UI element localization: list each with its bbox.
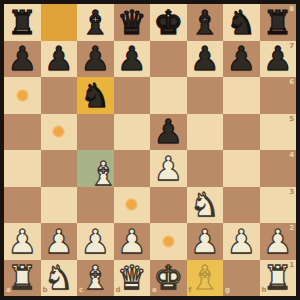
square-g8[interactable]: ♞ (223, 4, 260, 41)
square-d2[interactable]: ♟ (114, 223, 151, 260)
white-pawn-piece[interactable]: ♟ (226, 225, 256, 258)
square-b8[interactable] (41, 4, 78, 41)
ghost-white-bishop-piece: ♝ (190, 261, 220, 294)
square-h3[interactable]: 3 (260, 187, 297, 224)
rank-label-5: 5 (289, 116, 294, 123)
square-c6[interactable]: ♞ (77, 77, 114, 114)
black-queen-piece[interactable]: ♛ (117, 6, 147, 39)
rank-label-6: 6 (289, 79, 294, 86)
black-bishop-piece[interactable]: ♝ (80, 6, 110, 39)
square-f2[interactable]: ♟ (187, 223, 224, 260)
black-pawn-piece[interactable]: ♟ (263, 42, 293, 75)
file-label-f: f (189, 287, 192, 294)
square-e3[interactable] (150, 187, 187, 224)
rank-label-7: 7 (289, 43, 294, 50)
file-label-h: h (262, 287, 267, 294)
square-b4[interactable] (41, 150, 78, 187)
black-pawn-piece[interactable]: ♟ (117, 42, 147, 75)
square-h8[interactable]: ♜8 (260, 4, 297, 41)
square-d6[interactable] (114, 77, 151, 114)
legal-move-hint-dot (16, 89, 29, 102)
file-label-g: g (225, 287, 230, 294)
square-e1[interactable]: ♚e (150, 260, 187, 297)
square-g4[interactable] (223, 150, 260, 187)
square-g7[interactable]: ♟ (223, 41, 260, 78)
file-label-c: c (79, 287, 83, 294)
rank-label-2: 2 (289, 225, 294, 232)
rank-label-4: 4 (289, 152, 294, 159)
rank-label-3: 3 (289, 189, 294, 196)
white-bishop-piece[interactable]: ♝ (80, 261, 110, 294)
white-queen-piece[interactable]: ♛ (117, 261, 147, 294)
square-e4[interactable]: ♟ (150, 150, 187, 187)
square-a8[interactable]: ♜ (4, 4, 41, 41)
square-b6[interactable] (41, 77, 78, 114)
white-pawn-piece[interactable]: ♟ (44, 225, 74, 258)
chess-board: ♜♝♛♚♝♞♜8♟♟♟♟♟♟♟7♞6♟5♟4♞3♟♟♟♟♟♟♟2♜a♞b♝c♛d… (4, 4, 296, 296)
square-b2[interactable]: ♟ (41, 223, 78, 260)
square-c7[interactable]: ♟ (77, 41, 114, 78)
white-knight-piece[interactable]: ♞ (190, 188, 220, 221)
black-king-piece[interactable]: ♚ (153, 6, 183, 39)
legal-move-hint-dot (125, 198, 138, 211)
white-rook-piece[interactable]: ♜ (263, 261, 293, 294)
legal-move-hint-dot (162, 235, 175, 248)
square-g2[interactable]: ♟ (223, 223, 260, 260)
white-pawn-piece[interactable]: ♟ (153, 152, 183, 185)
square-a7[interactable]: ♟ (4, 41, 41, 78)
square-h6[interactable]: 6 (260, 77, 297, 114)
square-a6[interactable] (4, 77, 41, 114)
black-pawn-piece[interactable]: ♟ (153, 115, 183, 148)
black-pawn-piece[interactable]: ♟ (7, 42, 37, 75)
white-knight-piece[interactable]: ♞ (44, 261, 74, 294)
square-h2[interactable]: ♟2 (260, 223, 297, 260)
file-label-e: e (152, 287, 157, 294)
square-d8[interactable]: ♛ (114, 4, 151, 41)
square-g6[interactable] (223, 77, 260, 114)
square-h1[interactable]: ♜1h (260, 260, 297, 297)
square-a1[interactable]: ♜a (4, 260, 41, 297)
file-label-b: b (43, 287, 48, 294)
black-knight-piece[interactable]: ♞ (80, 79, 110, 112)
white-bishop-glyph: ♝ (88, 157, 118, 190)
square-d1[interactable]: ♛d (114, 260, 151, 297)
square-h5[interactable]: 5 (260, 114, 297, 151)
square-c8[interactable]: ♝ (77, 4, 114, 41)
square-e6[interactable] (150, 77, 187, 114)
white-rook-piece[interactable]: ♜ (7, 261, 37, 294)
white-pawn-piece[interactable]: ♟ (263, 225, 293, 258)
square-f8[interactable]: ♝ (187, 4, 224, 41)
black-pawn-piece[interactable]: ♟ (190, 42, 220, 75)
square-e2[interactable] (150, 223, 187, 260)
square-f3[interactable]: ♞ (187, 187, 224, 224)
square-a2[interactable]: ♟ (4, 223, 41, 260)
square-a3[interactable] (4, 187, 41, 224)
legal-move-hint-dot (52, 125, 65, 138)
square-e5[interactable]: ♟ (150, 114, 187, 151)
square-h7[interactable]: ♟7 (260, 41, 297, 78)
square-f1[interactable]: ♝f (187, 260, 224, 297)
square-b3[interactable] (41, 187, 78, 224)
square-a4[interactable] (4, 150, 41, 187)
square-d7[interactable]: ♟ (114, 41, 151, 78)
white-pawn-piece[interactable]: ♟ (117, 225, 147, 258)
square-e7[interactable] (150, 41, 187, 78)
square-f5[interactable] (187, 114, 224, 151)
square-c1[interactable]: ♝c (77, 260, 114, 297)
black-bishop-piece[interactable]: ♝ (190, 6, 220, 39)
file-label-a: a (6, 287, 11, 294)
square-g3[interactable] (223, 187, 260, 224)
square-g1[interactable]: g (223, 260, 260, 297)
chess-board-frame: ♜♝♛♚♝♞♜8♟♟♟♟♟♟♟7♞6♟5♟4♞3♟♟♟♟♟♟♟2♜a♞b♝c♛d… (0, 0, 300, 300)
black-pawn-piece[interactable]: ♟ (44, 42, 74, 75)
square-b1[interactable]: ♞b (41, 260, 78, 297)
rank-label-1: 1 (289, 262, 294, 269)
square-f6[interactable] (187, 77, 224, 114)
square-b7[interactable]: ♟ (41, 41, 78, 78)
black-knight-piece[interactable]: ♞ (226, 6, 256, 39)
black-pawn-piece[interactable]: ♟ (80, 42, 110, 75)
white-pawn-piece[interactable]: ♟ (80, 225, 110, 258)
square-a5[interactable] (4, 114, 41, 151)
black-pawn-piece[interactable]: ♟ (226, 42, 256, 75)
square-h4[interactable]: 4 (260, 150, 297, 187)
black-rook-piece[interactable]: ♜ (263, 6, 293, 39)
black-rook-piece[interactable]: ♜ (7, 6, 37, 39)
square-c5[interactable] (77, 114, 114, 151)
square-c2[interactable]: ♟ (77, 223, 114, 260)
rank-label-8: 8 (289, 6, 294, 13)
square-f4[interactable] (187, 150, 224, 187)
square-f7[interactable]: ♟ (187, 41, 224, 78)
square-e8[interactable]: ♚ (150, 4, 187, 41)
file-label-d: d (116, 287, 121, 294)
square-b5[interactable] (41, 114, 78, 151)
square-d5[interactable] (114, 114, 151, 151)
square-d3[interactable] (114, 187, 151, 224)
square-g5[interactable] (223, 114, 260, 151)
dragged-white-bishop-piece[interactable]: ♝ (85, 155, 122, 192)
white-king-piece[interactable]: ♚ (153, 261, 183, 294)
white-pawn-piece[interactable]: ♟ (190, 225, 220, 258)
white-pawn-piece[interactable]: ♟ (7, 225, 37, 258)
